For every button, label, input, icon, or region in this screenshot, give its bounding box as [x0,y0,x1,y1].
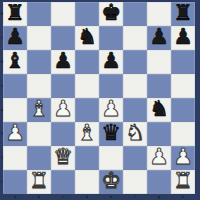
piece-bP-e6[interactable]: ♟ [101,50,121,72]
square-c4[interactable]: ♟ [51,98,75,122]
square-h8[interactable]: ♜ [171,2,195,26]
square-c6[interactable]: ♟ [51,50,75,74]
square-h4[interactable] [171,98,195,122]
square-a5[interactable] [3,74,27,98]
piece-wR-b1[interactable]: ♜ [29,170,49,192]
square-b8[interactable] [27,2,51,26]
square-g8[interactable] [147,2,171,26]
file-label-b: b [30,195,47,199]
square-b2[interactable] [27,146,51,170]
square-e5[interactable] [99,74,123,98]
piece-bK-e8[interactable]: ♚ [101,2,121,24]
square-f5[interactable] [123,74,147,98]
square-b6[interactable] [27,50,51,74]
piece-wB-b4[interactable]: ♝ [29,98,49,120]
piece-wP-a3[interactable]: ♟ [5,122,25,144]
square-h7[interactable]: ♟ [171,26,195,50]
square-g3[interactable] [147,122,171,146]
square-c5[interactable] [51,74,75,98]
square-h3[interactable] [171,122,195,146]
piece-bQ-e3[interactable]: ♛ [101,122,121,144]
piece-wP-g2[interactable]: ♟ [149,146,169,168]
piece-wR-h1[interactable]: ♜ [173,170,193,192]
square-a2[interactable] [3,146,27,170]
square-g2[interactable]: ♟ [147,146,171,170]
piece-wP-c4[interactable]: ♟ [53,98,73,120]
square-a8[interactable]: ♜ [3,2,27,26]
piece-wP-e4[interactable]: ♟ [101,98,121,120]
square-e4[interactable]: ♟ [99,98,123,122]
square-b7[interactable] [27,26,51,50]
square-g4[interactable]: ♞ [147,98,171,122]
piece-bP-c6[interactable]: ♟ [53,50,73,72]
square-f7[interactable] [123,26,147,50]
piece-bN-g4[interactable]: ♞ [149,98,169,120]
square-e8[interactable]: ♚ [99,2,123,26]
square-a3[interactable]: ♟ [3,122,27,146]
file-label-a: a [6,195,23,199]
file-label-g: g [150,195,167,199]
square-a6[interactable]: ♝ [3,50,27,74]
square-e1[interactable]: ♚ [99,170,123,194]
rank-label-5: 5 [1,77,4,94]
square-e3[interactable]: ♛ [99,122,123,146]
square-d3[interactable]: ♝ [75,122,99,146]
file-label-h: h [174,195,191,199]
square-f2[interactable] [123,146,147,170]
piece-bP-a7[interactable]: ♟ [5,26,25,48]
square-a1[interactable] [3,170,27,194]
chess-board: ♜♚♜♟♞♟♟♝♟♟♝♟♟♞♟♝♛♞♛♟♟♜♚♜ [3,2,195,194]
square-b1[interactable]: ♜ [27,170,51,194]
square-a7[interactable]: ♟ [3,26,27,50]
rank-label-7: 7 [1,29,4,46]
square-f3[interactable]: ♞ [123,122,147,146]
square-f8[interactable] [123,2,147,26]
square-d8[interactable] [75,2,99,26]
square-c2[interactable]: ♛ [51,146,75,170]
square-h6[interactable] [171,50,195,74]
square-d7[interactable]: ♞ [75,26,99,50]
piece-bP-h7[interactable]: ♟ [173,26,193,48]
square-d2[interactable] [75,146,99,170]
square-d5[interactable] [75,74,99,98]
square-g7[interactable]: ♟ [147,26,171,50]
square-h1[interactable]: ♜ [171,170,195,194]
piece-wB-d3[interactable]: ♝ [77,122,97,144]
square-f4[interactable] [123,98,147,122]
square-g5[interactable] [147,74,171,98]
rank-label-8: 8 [1,5,4,22]
rank-label-1: 1 [1,173,4,190]
file-label-d: d [78,195,95,199]
square-h5[interactable] [171,74,195,98]
piece-bP-g7[interactable]: ♟ [149,26,169,48]
rank-label-6: 6 [1,53,4,70]
square-g6[interactable] [147,50,171,74]
square-f1[interactable] [123,170,147,194]
square-d6[interactable] [75,50,99,74]
rank-label-2: 2 [1,149,4,166]
square-g1[interactable] [147,170,171,194]
square-d1[interactable] [75,170,99,194]
piece-wN-f3[interactable]: ♞ [125,122,145,144]
square-e7[interactable] [99,26,123,50]
rank-label-4: 4 [1,101,4,118]
square-e6[interactable]: ♟ [99,50,123,74]
piece-wQ-c2[interactable]: ♛ [53,146,73,168]
file-label-c: c [54,195,71,199]
square-d4[interactable] [75,98,99,122]
square-b4[interactable]: ♝ [27,98,51,122]
chess-app: ♜♚♜♟♞♟♟♝♟♟♝♟♟♞♟♝♛♞♛♟♟♜♚♜ 87654321abcdefg… [0,0,200,200]
square-h2[interactable]: ♟ [171,146,195,170]
piece-bN-d7[interactable]: ♞ [77,26,97,48]
file-label-f: f [126,195,143,199]
piece-bR-a8[interactable]: ♜ [5,2,25,24]
file-label-e: e [102,195,119,199]
piece-bB-a6[interactable]: ♝ [5,50,25,72]
square-f6[interactable] [123,50,147,74]
square-c3[interactable] [51,122,75,146]
square-c7[interactable] [51,26,75,50]
square-a4[interactable] [3,98,27,122]
piece-wK-e1[interactable]: ♚ [101,170,121,192]
piece-wP-h2[interactable]: ♟ [173,146,193,168]
square-e2[interactable] [99,146,123,170]
square-c1[interactable] [51,170,75,194]
piece-bR-h8[interactable]: ♜ [173,2,193,24]
square-b5[interactable] [27,74,51,98]
square-c8[interactable] [51,2,75,26]
square-b3[interactable] [27,122,51,146]
rank-label-3: 3 [1,125,4,142]
